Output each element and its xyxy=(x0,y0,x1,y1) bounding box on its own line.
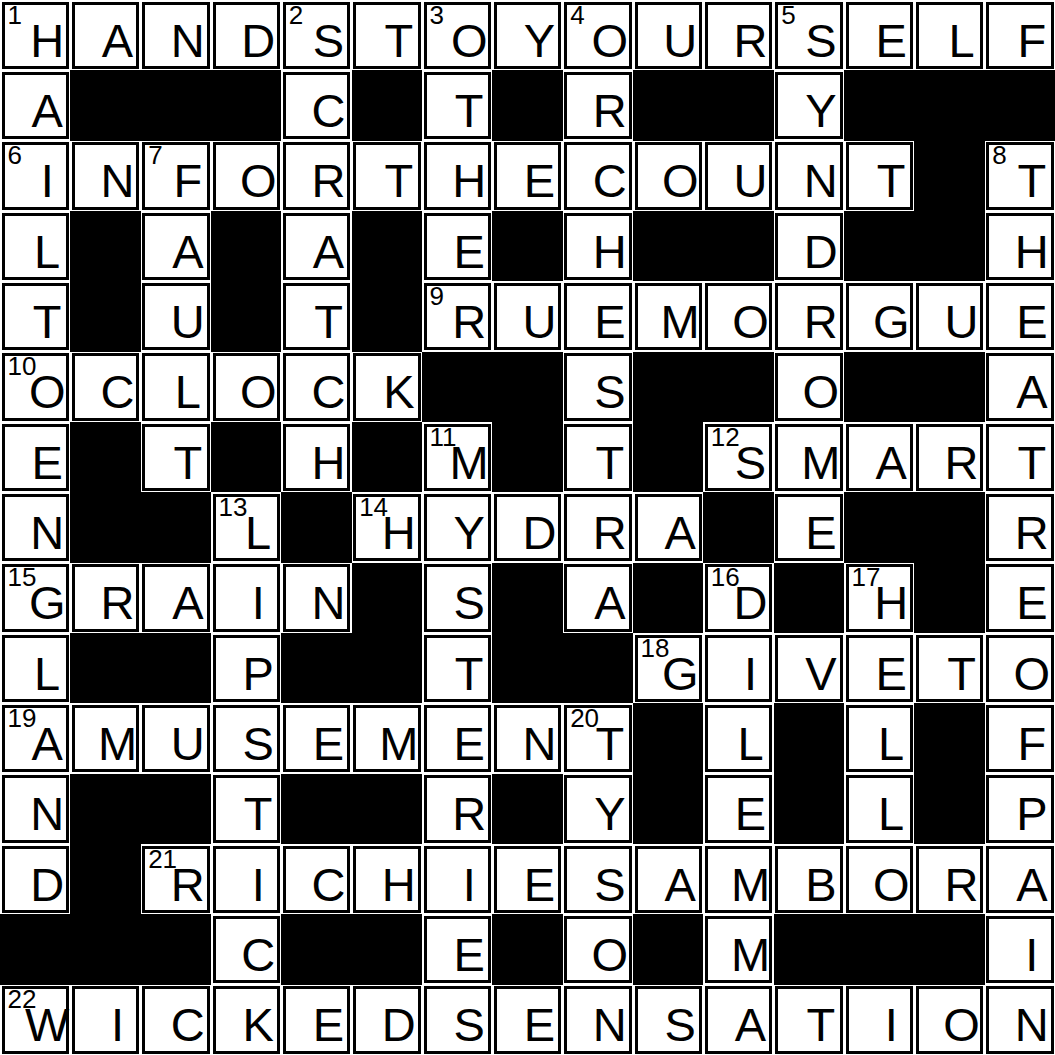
black-cell xyxy=(70,914,140,984)
cell-letter: E xyxy=(861,647,922,701)
cell-letter: U xyxy=(157,295,218,349)
letter-cell: N xyxy=(494,705,561,772)
cell-letter: I xyxy=(228,576,289,630)
cell-letter: T xyxy=(439,84,500,138)
cell-letter: T xyxy=(368,154,429,208)
black-cell xyxy=(703,492,773,562)
letter-cell: I xyxy=(424,846,491,913)
cell-letter: R xyxy=(298,154,359,208)
cell-letter: S xyxy=(579,858,640,912)
cell-letter: T xyxy=(439,647,500,701)
cell-letter: S xyxy=(298,14,359,68)
black-cell xyxy=(633,70,703,140)
black-cell xyxy=(844,914,914,984)
letter-cell: A xyxy=(846,424,913,491)
cell-letter: N xyxy=(1001,998,1055,1052)
cell-letter: T xyxy=(579,717,640,771)
cell-letter: B xyxy=(790,858,851,912)
cell-letter: T xyxy=(1001,154,1055,208)
black-cell xyxy=(914,563,984,633)
cell-letter: I xyxy=(720,647,781,701)
cell-letter: A xyxy=(17,84,78,138)
cell-letter: F xyxy=(157,154,218,208)
cell-letter: M xyxy=(368,717,429,771)
letter-cell: T xyxy=(916,635,983,702)
cell-letter: A xyxy=(157,225,218,279)
letter-cell: N xyxy=(775,142,842,209)
black-cell xyxy=(844,352,914,422)
black-cell xyxy=(633,774,703,844)
black-cell xyxy=(352,281,422,351)
letter-cell: E xyxy=(424,916,491,983)
cell-letter: R xyxy=(931,436,992,490)
letter-cell: S xyxy=(635,986,702,1053)
cell-letter: M xyxy=(439,436,500,490)
letter-cell: V xyxy=(775,635,842,702)
cell-letter: E xyxy=(509,858,570,912)
letter-cell: A xyxy=(142,213,209,280)
letter-cell: F xyxy=(986,2,1053,69)
black-cell xyxy=(70,492,140,562)
cell-letter: A xyxy=(298,225,359,279)
letter-cell: A xyxy=(142,564,209,631)
letter-cell: Y xyxy=(424,494,491,561)
cell-letter: L xyxy=(157,365,218,419)
cell-letter: E xyxy=(298,998,359,1052)
letter-cell: E xyxy=(986,283,1053,350)
letter-cell: 20T xyxy=(564,705,631,772)
cell-letter: E xyxy=(439,928,500,982)
letter-cell: M xyxy=(705,916,772,983)
black-cell xyxy=(633,563,703,633)
cell-letter: T xyxy=(368,14,429,68)
cell-letter: C xyxy=(157,998,218,1052)
letter-cell: 11M xyxy=(424,424,491,491)
letter-cell: E xyxy=(986,564,1053,631)
letter-cell: M xyxy=(353,705,420,772)
letter-cell: A xyxy=(635,846,702,913)
letter-cell: T xyxy=(2,283,69,350)
black-cell xyxy=(281,492,351,562)
letter-cell: 8T xyxy=(986,142,1053,209)
letter-cell: L xyxy=(846,705,913,772)
black-cell xyxy=(352,914,422,984)
black-cell xyxy=(422,352,492,422)
letter-cell: M xyxy=(775,424,842,491)
letter-cell: S xyxy=(564,846,631,913)
letter-cell: D xyxy=(353,986,420,1053)
black-cell xyxy=(633,703,703,773)
letter-cell: D xyxy=(213,2,280,69)
black-cell xyxy=(141,633,211,703)
cell-letter: U xyxy=(720,154,781,208)
cell-letter: H xyxy=(298,436,359,490)
cell-letter: F xyxy=(1001,14,1055,68)
letter-cell: 4O xyxy=(564,2,631,69)
letter-cell: I xyxy=(705,635,772,702)
letter-cell: C xyxy=(213,916,280,983)
cell-letter: M xyxy=(720,928,781,982)
cell-letter: C xyxy=(298,365,359,419)
cell-letter: T xyxy=(861,154,922,208)
letter-cell: Y xyxy=(775,72,842,139)
cell-letter: R xyxy=(157,858,218,912)
letter-cell: N xyxy=(2,775,69,842)
letter-cell: A xyxy=(986,353,1053,420)
cell-letter: O xyxy=(650,154,711,208)
cell-letter: D xyxy=(720,576,781,630)
letter-cell: D xyxy=(2,846,69,913)
letter-cell: R xyxy=(564,494,631,561)
black-cell xyxy=(70,281,140,351)
letter-cell: E xyxy=(846,635,913,702)
letter-cell: D xyxy=(775,213,842,280)
cell-letter: H xyxy=(368,858,429,912)
letter-cell: T xyxy=(283,283,350,350)
black-cell xyxy=(352,633,422,703)
cell-letter: H xyxy=(17,14,78,68)
cell-letter: T xyxy=(1001,436,1055,490)
cell-letter: R xyxy=(790,295,851,349)
letter-cell: T xyxy=(213,775,280,842)
letter-cell: N xyxy=(283,564,350,631)
black-cell xyxy=(352,774,422,844)
cell-letter: E xyxy=(509,154,570,208)
cell-letter: A xyxy=(157,576,218,630)
letter-cell: E xyxy=(494,846,561,913)
cell-letter: O xyxy=(579,14,640,68)
letter-cell: K xyxy=(213,986,280,1053)
letter-cell: U xyxy=(142,705,209,772)
letter-cell: A xyxy=(986,846,1053,913)
cell-letter: L xyxy=(17,225,78,279)
cell-letter: G xyxy=(650,647,711,701)
letter-cell: R xyxy=(916,846,983,913)
letter-cell: C xyxy=(564,142,631,209)
letter-cell: T xyxy=(775,986,842,1053)
cell-letter: E xyxy=(298,717,359,771)
black-cell xyxy=(70,211,140,281)
letter-cell: S xyxy=(424,986,491,1053)
letter-cell: I xyxy=(213,564,280,631)
letter-cell: A xyxy=(283,213,350,280)
letter-cell: M xyxy=(635,283,702,350)
cell-letter: O xyxy=(579,928,640,982)
black-cell xyxy=(703,352,773,422)
black-cell xyxy=(211,422,281,492)
cell-letter: I xyxy=(1001,928,1055,982)
letter-cell: R xyxy=(916,424,983,491)
letter-cell: 10O xyxy=(2,353,69,420)
letter-cell: 6I xyxy=(2,142,69,209)
cell-letter: U xyxy=(650,14,711,68)
cell-letter: T xyxy=(931,647,992,701)
cell-letter: E xyxy=(720,787,781,841)
black-cell xyxy=(352,70,422,140)
letter-cell: G xyxy=(846,283,913,350)
black-cell xyxy=(633,352,703,422)
letter-cell: T xyxy=(353,2,420,69)
letter-cell: P xyxy=(986,775,1053,842)
black-cell xyxy=(492,70,562,140)
letter-cell: H xyxy=(353,846,420,913)
cell-letter: T xyxy=(298,295,359,349)
black-cell xyxy=(70,633,140,703)
cell-letter: A xyxy=(87,14,148,68)
cell-letter: N xyxy=(157,14,218,68)
black-cell xyxy=(211,281,281,351)
letter-cell: S xyxy=(424,564,491,631)
cell-letter: T xyxy=(790,998,851,1052)
cell-letter: P xyxy=(228,647,289,701)
letter-cell: U xyxy=(705,142,772,209)
black-cell xyxy=(211,70,281,140)
cell-letter: O xyxy=(439,14,500,68)
cell-letter: T xyxy=(228,787,289,841)
letter-cell: 14H xyxy=(353,494,420,561)
letter-cell: 9R xyxy=(424,283,491,350)
cell-letter: A xyxy=(17,717,78,771)
letter-cell: O xyxy=(213,353,280,420)
cell-letter: S xyxy=(439,576,500,630)
letter-cell: R xyxy=(72,564,139,631)
letter-cell: B xyxy=(775,846,842,913)
black-cell xyxy=(141,492,211,562)
cell-letter: D xyxy=(17,858,78,912)
black-cell xyxy=(633,422,703,492)
black-cell xyxy=(703,211,773,281)
letter-cell: 18G xyxy=(635,635,702,702)
cell-letter: M xyxy=(790,436,851,490)
cell-letter: R xyxy=(1001,506,1055,560)
letter-cell: H xyxy=(564,213,631,280)
cell-letter: S xyxy=(790,14,851,68)
cell-letter: H xyxy=(368,506,429,560)
black-cell xyxy=(844,70,914,140)
cell-letter: R xyxy=(439,787,500,841)
cell-letter: I xyxy=(228,858,289,912)
black-cell xyxy=(141,914,211,984)
cell-letter: R xyxy=(87,576,148,630)
black-cell xyxy=(70,774,140,844)
black-cell xyxy=(492,563,562,633)
letter-cell: 1H xyxy=(2,2,69,69)
letter-cell: L xyxy=(705,705,772,772)
letter-cell: E xyxy=(283,705,350,772)
cell-letter: N xyxy=(17,506,78,560)
cell-letter: O xyxy=(1001,647,1055,701)
black-cell xyxy=(352,422,422,492)
letter-cell: O xyxy=(564,916,631,983)
letter-cell: U xyxy=(142,283,209,350)
letter-cell: R xyxy=(424,775,491,842)
letter-cell: S xyxy=(213,705,280,772)
crossword-grid: 1HAND2ST3OY4OUR5SELFACTRY6IN7FORTHECOUNT… xyxy=(0,0,1055,1055)
letter-cell: E xyxy=(424,705,491,772)
black-cell xyxy=(914,70,984,140)
black-cell xyxy=(492,914,562,984)
letter-cell: O xyxy=(846,846,913,913)
cell-letter: A xyxy=(650,506,711,560)
black-cell xyxy=(844,211,914,281)
cell-letter: G xyxy=(861,295,922,349)
cell-letter: Y xyxy=(579,787,640,841)
cell-letter: S xyxy=(439,998,500,1052)
letter-cell: M xyxy=(705,846,772,913)
cell-letter: D xyxy=(509,506,570,560)
letter-cell: 13L xyxy=(213,494,280,561)
letter-cell: N xyxy=(142,2,209,69)
cell-letter: T xyxy=(579,436,640,490)
black-cell xyxy=(914,774,984,844)
cell-letter: O xyxy=(720,295,781,349)
letter-cell: L xyxy=(2,213,69,280)
cell-letter: N xyxy=(790,154,851,208)
black-cell xyxy=(985,70,1055,140)
black-cell xyxy=(281,774,351,844)
letter-cell: L xyxy=(916,2,983,69)
letter-cell: 2S xyxy=(283,2,350,69)
letter-cell: A xyxy=(705,986,772,1053)
black-cell xyxy=(774,563,844,633)
black-cell xyxy=(774,703,844,773)
cell-letter: H xyxy=(1001,225,1055,279)
letter-cell: A xyxy=(635,494,702,561)
letter-cell: F xyxy=(986,705,1053,772)
letter-cell: T xyxy=(424,72,491,139)
cell-letter: C xyxy=(228,928,289,982)
cell-letter: I xyxy=(861,998,922,1052)
cell-letter: O xyxy=(931,998,992,1052)
letter-cell: H xyxy=(424,142,491,209)
black-cell xyxy=(492,774,562,844)
letter-cell: E xyxy=(705,775,772,842)
letter-cell: O xyxy=(635,142,702,209)
cell-letter: E xyxy=(17,436,78,490)
cell-letter: A xyxy=(579,576,640,630)
cell-letter: E xyxy=(439,225,500,279)
letter-cell: 3O xyxy=(424,2,491,69)
letter-cell: N xyxy=(986,986,1053,1053)
cell-letter: A xyxy=(720,998,781,1052)
cell-letter: W xyxy=(17,998,78,1052)
cell-letter: E xyxy=(1001,295,1055,349)
letter-cell: E xyxy=(424,213,491,280)
black-cell xyxy=(633,211,703,281)
cell-letter: I xyxy=(87,998,148,1052)
cell-letter: G xyxy=(17,576,78,630)
letter-cell: T xyxy=(986,424,1053,491)
cell-letter: N xyxy=(87,154,148,208)
letter-cell: Y xyxy=(564,775,631,842)
letter-cell: R xyxy=(775,283,842,350)
cell-letter: N xyxy=(298,576,359,630)
cell-letter: R xyxy=(720,14,781,68)
cell-letter: C xyxy=(298,84,359,138)
cell-letter: Y xyxy=(439,506,500,560)
cell-letter: H xyxy=(439,154,500,208)
cell-letter: O xyxy=(17,365,78,419)
cell-letter: K xyxy=(368,365,429,419)
cell-letter: S xyxy=(228,717,289,771)
cell-letter: N xyxy=(509,717,570,771)
black-cell xyxy=(352,211,422,281)
black-cell xyxy=(914,211,984,281)
cell-letter: N xyxy=(579,998,640,1052)
letter-cell: R xyxy=(986,494,1053,561)
cell-letter: A xyxy=(1001,858,1055,912)
black-cell xyxy=(563,633,633,703)
black-cell xyxy=(211,211,281,281)
cell-letter: E xyxy=(579,295,640,349)
letter-cell: O xyxy=(986,635,1053,702)
letter-cell: 12S xyxy=(705,424,772,491)
letter-cell: C xyxy=(283,353,350,420)
cell-letter: E xyxy=(509,998,570,1052)
black-cell xyxy=(633,914,703,984)
cell-letter: E xyxy=(790,506,851,560)
letter-cell: 5S xyxy=(775,2,842,69)
letter-cell: C xyxy=(283,846,350,913)
letter-cell: E xyxy=(564,283,631,350)
letter-cell: Y xyxy=(494,2,561,69)
cell-letter: F xyxy=(1001,717,1055,771)
black-cell xyxy=(492,352,562,422)
letter-cell: E xyxy=(494,142,561,209)
letter-cell: O xyxy=(775,353,842,420)
black-cell xyxy=(703,70,773,140)
letter-cell: 16D xyxy=(705,564,772,631)
letter-cell: C xyxy=(72,353,139,420)
cell-letter: C xyxy=(579,154,640,208)
cell-letter: L xyxy=(17,647,78,701)
cell-letter: Y xyxy=(509,14,570,68)
letter-cell: S xyxy=(564,353,631,420)
black-cell xyxy=(492,211,562,281)
cell-letter: L xyxy=(931,14,992,68)
cell-letter: S xyxy=(579,365,640,419)
cell-letter: S xyxy=(720,436,781,490)
letter-cell: E xyxy=(283,986,350,1053)
letter-cell: O xyxy=(916,986,983,1053)
cell-letter: I xyxy=(17,154,78,208)
cell-letter: T xyxy=(17,295,78,349)
letter-cell: A xyxy=(564,564,631,631)
cell-letter: O xyxy=(228,154,289,208)
black-cell xyxy=(914,141,984,211)
cell-letter: O xyxy=(790,365,851,419)
cell-letter: C xyxy=(87,365,148,419)
black-cell xyxy=(70,844,140,914)
letter-cell: I xyxy=(213,846,280,913)
black-cell xyxy=(774,914,844,984)
letter-cell: T xyxy=(424,635,491,702)
black-cell xyxy=(914,703,984,773)
cell-letter: U xyxy=(931,295,992,349)
letter-cell: H xyxy=(986,213,1053,280)
letter-cell: L xyxy=(846,775,913,842)
letter-cell: 15G xyxy=(2,564,69,631)
letter-cell: T xyxy=(846,142,913,209)
black-cell xyxy=(281,633,351,703)
black-cell xyxy=(914,492,984,562)
letter-cell: N xyxy=(564,986,631,1053)
letter-cell: I xyxy=(846,986,913,1053)
letter-cell: 22W xyxy=(2,986,69,1053)
black-cell xyxy=(70,422,140,492)
letter-cell: O xyxy=(705,283,772,350)
black-cell xyxy=(774,774,844,844)
